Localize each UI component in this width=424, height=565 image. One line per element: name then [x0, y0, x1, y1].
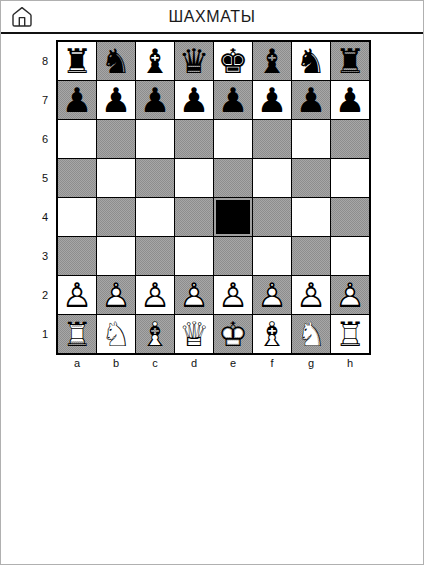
piece-black-rook: ♜: [58, 42, 96, 80]
square-f3[interactable]: [253, 237, 291, 275]
square-f1[interactable]: ♝♗: [253, 315, 291, 353]
piece-black-pawn: ♟: [292, 81, 330, 119]
page-title: ШАХМАТЫ: [1, 1, 423, 32]
square-b4[interactable]: [97, 198, 135, 236]
home-button[interactable]: [10, 5, 34, 29]
piece-white-rook: ♖: [58, 315, 96, 353]
square-h6[interactable]: [331, 120, 369, 158]
rank-label-5: 5: [30, 159, 48, 197]
square-f2[interactable]: ♟♙: [253, 276, 291, 314]
piece-white-pawn: ♙: [331, 276, 369, 314]
piece-white-bishop: ♗: [253, 315, 291, 353]
square-h5[interactable]: [331, 159, 369, 197]
piece-black-pawn: ♟: [175, 81, 213, 119]
piece-white-pawn: ♙: [136, 276, 174, 314]
square-g3[interactable]: [292, 237, 330, 275]
piece-white-pawn: ♙: [292, 276, 330, 314]
file-label-c: c: [136, 356, 174, 371]
square-g6[interactable]: [292, 120, 330, 158]
app-screen: ШАХМАТЫ 87654321 ♜♞♝♛♚♝♞♜♟♟♟♟♟♟♟♟♟♙♟♙♟♙♟…: [0, 0, 424, 565]
chess-board: ♜♞♝♛♚♝♞♜♟♟♟♟♟♟♟♟♟♙♟♙♟♙♟♙♟♙♟♙♟♙♟♙♜♖♞♘♝♗♛♕…: [56, 40, 371, 355]
rank-label-4: 4: [30, 198, 48, 236]
square-e7[interactable]: ♟: [214, 81, 252, 119]
piece-black-queen: ♛: [175, 42, 213, 80]
piece-white-bishop: ♗: [136, 315, 174, 353]
square-g7[interactable]: ♟: [292, 81, 330, 119]
square-a4[interactable]: [58, 198, 96, 236]
piece-white-queen: ♕: [175, 315, 213, 353]
square-d7[interactable]: ♟: [175, 81, 213, 119]
square-h1[interactable]: ♜♖: [331, 315, 369, 353]
rank-label-2: 2: [30, 276, 48, 314]
piece-white-knight: ♘: [97, 315, 135, 353]
piece-white-pawn: ♙: [253, 276, 291, 314]
square-d2[interactable]: ♟♙: [175, 276, 213, 314]
square-d1[interactable]: ♛♕: [175, 315, 213, 353]
piece-white-rook: ♖: [331, 315, 369, 353]
piece-black-pawn: ♟: [331, 81, 369, 119]
square-c2[interactable]: ♟♙: [136, 276, 174, 314]
square-c8[interactable]: ♝: [136, 42, 174, 80]
piece-black-knight: ♞: [292, 42, 330, 80]
square-d6[interactable]: [175, 120, 213, 158]
square-g4[interactable]: [292, 198, 330, 236]
piece-black-bishop: ♝: [253, 42, 291, 80]
square-b1[interactable]: ♞♘: [97, 315, 135, 353]
square-f6[interactable]: [253, 120, 291, 158]
square-b2[interactable]: ♟♙: [97, 276, 135, 314]
square-d8[interactable]: ♛: [175, 42, 213, 80]
square-h4[interactable]: [331, 198, 369, 236]
square-c1[interactable]: ♝♗: [136, 315, 174, 353]
square-f7[interactable]: ♟: [253, 81, 291, 119]
square-c3[interactable]: [136, 237, 174, 275]
square-h8[interactable]: ♜: [331, 42, 369, 80]
rank-label-6: 6: [30, 120, 48, 158]
file-label-g: g: [292, 356, 330, 371]
piece-black-pawn: ♟: [97, 81, 135, 119]
square-e3[interactable]: [214, 237, 252, 275]
square-e6[interactable]: [214, 120, 252, 158]
file-label-f: f: [253, 356, 291, 371]
square-g2[interactable]: ♟♙: [292, 276, 330, 314]
piece-black-pawn: ♟: [214, 81, 252, 119]
square-f8[interactable]: ♝: [253, 42, 291, 80]
square-b7[interactable]: ♟: [97, 81, 135, 119]
piece-black-pawn: ♟: [136, 81, 174, 119]
square-c5[interactable]: [136, 159, 174, 197]
piece-black-king: ♚: [214, 42, 252, 80]
piece-white-king: ♔: [214, 315, 252, 353]
square-f4[interactable]: [253, 198, 291, 236]
file-label-e: e: [214, 356, 252, 371]
title-bar: ШАХМАТЫ: [1, 1, 423, 34]
square-d5[interactable]: [175, 159, 213, 197]
square-e1[interactable]: ♚♔: [214, 315, 252, 353]
piece-white-pawn: ♙: [175, 276, 213, 314]
square-e2[interactable]: ♟♙: [214, 276, 252, 314]
square-a5[interactable]: [58, 159, 96, 197]
square-g8[interactable]: ♞: [292, 42, 330, 80]
file-label-a: a: [58, 356, 96, 371]
piece-white-pawn: ♙: [214, 276, 252, 314]
piece-white-pawn: ♙: [58, 276, 96, 314]
square-c6[interactable]: [136, 120, 174, 158]
square-a8[interactable]: ♜: [58, 42, 96, 80]
square-b6[interactable]: [97, 120, 135, 158]
rank-labels: 87654321: [30, 42, 48, 353]
square-a1[interactable]: ♜♖: [58, 315, 96, 353]
square-b8[interactable]: ♞: [97, 42, 135, 80]
board-area: 87654321 ♜♞♝♛♚♝♞♜♟♟♟♟♟♟♟♟♟♙♟♙♟♙♟♙♟♙♟♙♟♙♟…: [56, 40, 371, 355]
square-a2[interactable]: ♟♙: [58, 276, 96, 314]
square-f5[interactable]: [253, 159, 291, 197]
rank-label-8: 8: [30, 42, 48, 80]
file-label-d: d: [175, 356, 213, 371]
square-e5[interactable]: [214, 159, 252, 197]
rank-label-1: 1: [30, 315, 48, 353]
square-d4[interactable]: [175, 198, 213, 236]
file-labels: abcdefgh: [58, 356, 369, 371]
piece-black-pawn: ♟: [253, 81, 291, 119]
square-g5[interactable]: [292, 159, 330, 197]
piece-black-pawn: ♟: [58, 81, 96, 119]
square-b3[interactable]: [97, 237, 135, 275]
square-g1[interactable]: ♞♘: [292, 315, 330, 353]
square-h7[interactable]: ♟: [331, 81, 369, 119]
square-a3[interactable]: [58, 237, 96, 275]
piece-black-bishop: ♝: [136, 42, 174, 80]
square-e8[interactable]: ♚: [214, 42, 252, 80]
square-a6[interactable]: [58, 120, 96, 158]
rank-label-7: 7: [30, 81, 48, 119]
square-d3[interactable]: [175, 237, 213, 275]
piece-black-rook: ♜: [331, 42, 369, 80]
square-b5[interactable]: [97, 159, 135, 197]
file-label-h: h: [331, 356, 369, 371]
square-e4[interactable]: [214, 198, 252, 236]
file-label-b: b: [97, 356, 135, 371]
piece-black-knight: ♞: [97, 42, 135, 80]
rank-label-3: 3: [30, 237, 48, 275]
square-c7[interactable]: ♟: [136, 81, 174, 119]
piece-white-pawn: ♙: [97, 276, 135, 314]
square-h2[interactable]: ♟♙: [331, 276, 369, 314]
square-h3[interactable]: [331, 237, 369, 275]
home-icon: [10, 5, 34, 29]
square-a7[interactable]: ♟: [58, 81, 96, 119]
square-c4[interactable]: [136, 198, 174, 236]
piece-white-knight: ♘: [292, 315, 330, 353]
